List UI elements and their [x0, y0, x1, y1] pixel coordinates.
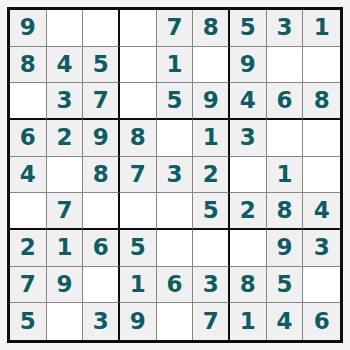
cell-r6c9[interactable]: 4	[303, 193, 340, 230]
cell-r2c1[interactable]: 8	[10, 47, 47, 84]
sudoku-page: 9785318451937594686298134873217528421659…	[0, 0, 350, 350]
cell-r5c1[interactable]: 4	[10, 157, 47, 194]
cell-r2c4[interactable]	[120, 47, 157, 84]
cell-r8c2[interactable]: 9	[47, 267, 84, 304]
cell-r8c4[interactable]: 1	[120, 267, 157, 304]
cell-r3c6[interactable]: 9	[193, 83, 230, 120]
cell-r1c3[interactable]	[83, 10, 120, 47]
cell-r4c7[interactable]: 3	[230, 120, 267, 157]
cell-r8c7[interactable]: 8	[230, 267, 267, 304]
cell-r3c3[interactable]: 7	[83, 83, 120, 120]
cell-r1c4[interactable]	[120, 10, 157, 47]
cell-r7c8[interactable]: 9	[267, 230, 304, 267]
cell-r5c6[interactable]: 2	[193, 157, 230, 194]
cell-r5c5[interactable]: 3	[157, 157, 194, 194]
cell-r9c6[interactable]: 7	[193, 303, 230, 340]
cell-r4c6[interactable]: 1	[193, 120, 230, 157]
cell-r2c7[interactable]: 9	[230, 47, 267, 84]
cell-r9c1[interactable]: 5	[10, 303, 47, 340]
cell-r7c6[interactable]	[193, 230, 230, 267]
cell-r9c9[interactable]: 6	[303, 303, 340, 340]
cell-r7c1[interactable]: 2	[10, 230, 47, 267]
cell-r7c2[interactable]: 1	[47, 230, 84, 267]
cell-r1c6[interactable]: 8	[193, 10, 230, 47]
cell-r3c7[interactable]: 4	[230, 83, 267, 120]
cell-r6c3[interactable]	[83, 193, 120, 230]
cell-r3c8[interactable]: 6	[267, 83, 304, 120]
cell-r7c9[interactable]: 3	[303, 230, 340, 267]
cell-r6c2[interactable]: 7	[47, 193, 84, 230]
cell-r5c9[interactable]	[303, 157, 340, 194]
cell-r1c7[interactable]: 5	[230, 10, 267, 47]
cell-r5c4[interactable]: 7	[120, 157, 157, 194]
cell-r4c5[interactable]	[157, 120, 194, 157]
cell-r5c2[interactable]	[47, 157, 84, 194]
cell-r6c8[interactable]: 8	[267, 193, 304, 230]
cell-r1c2[interactable]	[47, 10, 84, 47]
cell-r6c6[interactable]: 5	[193, 193, 230, 230]
cell-r9c2[interactable]	[47, 303, 84, 340]
cell-r8c5[interactable]: 6	[157, 267, 194, 304]
cell-r4c8[interactable]	[267, 120, 304, 157]
cell-r2c6[interactable]	[193, 47, 230, 84]
cell-r5c3[interactable]: 8	[83, 157, 120, 194]
cell-r4c4[interactable]: 8	[120, 120, 157, 157]
cell-r2c5[interactable]: 1	[157, 47, 194, 84]
cell-r5c7[interactable]	[230, 157, 267, 194]
cell-r6c7[interactable]: 2	[230, 193, 267, 230]
cell-r6c1[interactable]	[10, 193, 47, 230]
cell-r7c7[interactable]	[230, 230, 267, 267]
cell-r5c8[interactable]: 1	[267, 157, 304, 194]
cell-r1c1[interactable]: 9	[10, 10, 47, 47]
cell-r6c5[interactable]	[157, 193, 194, 230]
cell-r2c2[interactable]: 4	[47, 47, 84, 84]
cell-r2c8[interactable]	[267, 47, 304, 84]
cell-r3c2[interactable]: 3	[47, 83, 84, 120]
cell-r8c9[interactable]	[303, 267, 340, 304]
cell-r8c6[interactable]: 3	[193, 267, 230, 304]
cell-r9c5[interactable]	[157, 303, 194, 340]
cell-r7c3[interactable]: 6	[83, 230, 120, 267]
cell-r2c3[interactable]: 5	[83, 47, 120, 84]
cell-r7c5[interactable]	[157, 230, 194, 267]
cell-r4c2[interactable]: 2	[47, 120, 84, 157]
cell-r9c7[interactable]: 1	[230, 303, 267, 340]
cell-r3c1[interactable]	[10, 83, 47, 120]
cell-r6c4[interactable]	[120, 193, 157, 230]
cell-r7c4[interactable]: 5	[120, 230, 157, 267]
cell-r8c1[interactable]: 7	[10, 267, 47, 304]
cell-r4c9[interactable]	[303, 120, 340, 157]
cell-r3c9[interactable]: 8	[303, 83, 340, 120]
cell-r3c5[interactable]: 5	[157, 83, 194, 120]
sudoku-board: 9785318451937594686298134873217528421659…	[7, 7, 343, 343]
cell-r1c9[interactable]: 1	[303, 10, 340, 47]
cell-r1c5[interactable]: 7	[157, 10, 194, 47]
cell-r9c8[interactable]: 4	[267, 303, 304, 340]
cell-r4c1[interactable]: 6	[10, 120, 47, 157]
cell-r9c4[interactable]: 9	[120, 303, 157, 340]
cell-r4c3[interactable]: 9	[83, 120, 120, 157]
cell-r2c9[interactable]	[303, 47, 340, 84]
cell-r8c8[interactable]: 5	[267, 267, 304, 304]
cell-r1c8[interactable]: 3	[267, 10, 304, 47]
cell-r9c3[interactable]: 3	[83, 303, 120, 340]
cell-r3c4[interactable]	[120, 83, 157, 120]
cell-r8c3[interactable]	[83, 267, 120, 304]
